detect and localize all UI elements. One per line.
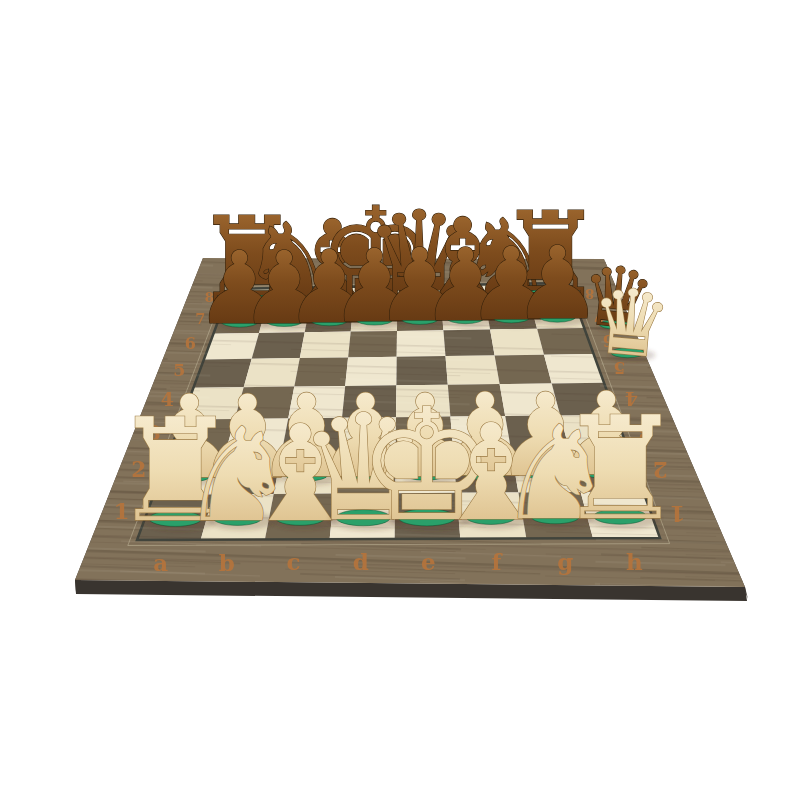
spare-light-queen[interactable]: ♛ <box>586 267 676 379</box>
chess-set-photo-scene: 8877665544332211aabbccddeeffgghh♜♞♝♚♛♝♞♜… <box>0 0 800 800</box>
piece-glyph: ♛ <box>586 267 676 379</box>
piece-white-rook-h1[interactable]: ♜ <box>556 386 683 552</box>
piece-glyph: ♜ <box>556 386 683 552</box>
chess-board: 8877665544332211aabbccddeeffgghh♜♞♝♚♛♝♞♜… <box>0 0 800 800</box>
